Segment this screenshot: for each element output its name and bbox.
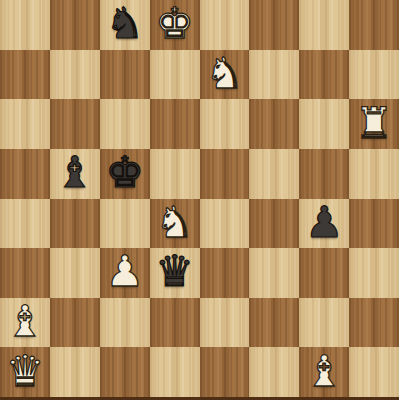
square-b3[interactable] xyxy=(50,248,100,298)
square-h4[interactable] xyxy=(349,199,399,249)
square-g3[interactable] xyxy=(299,248,349,298)
square-c6[interactable] xyxy=(100,99,150,149)
square-a4[interactable] xyxy=(0,199,50,249)
square-e1[interactable] xyxy=(200,347,250,397)
black-pawn-piece[interactable]: ♟ xyxy=(305,201,344,244)
square-f1[interactable] xyxy=(249,347,299,397)
square-f8[interactable] xyxy=(249,0,299,50)
white-pawn-piece[interactable]: ♟ xyxy=(105,250,144,293)
white-king-piece[interactable]: ♚ xyxy=(155,2,194,45)
square-e7[interactable]: ♞ xyxy=(200,50,250,100)
black-queen-piece[interactable]: ♛ xyxy=(155,250,194,293)
square-d4[interactable]: ♞ xyxy=(150,199,200,249)
square-b5[interactable]: ♝ xyxy=(50,149,100,199)
square-h2[interactable] xyxy=(349,298,399,348)
square-h7[interactable] xyxy=(349,50,399,100)
square-f7[interactable] xyxy=(249,50,299,100)
square-h5[interactable] xyxy=(349,149,399,199)
square-b4[interactable] xyxy=(50,199,100,249)
square-e3[interactable] xyxy=(200,248,250,298)
white-bishop-piece[interactable]: ♝ xyxy=(6,300,45,343)
square-h1[interactable] xyxy=(349,347,399,397)
square-c8[interactable]: ♞ xyxy=(100,0,150,50)
square-g4[interactable]: ♟ xyxy=(299,199,349,249)
square-d5[interactable] xyxy=(150,149,200,199)
square-b7[interactable] xyxy=(50,50,100,100)
square-e2[interactable] xyxy=(200,298,250,348)
square-b2[interactable] xyxy=(50,298,100,348)
square-a8[interactable] xyxy=(0,0,50,50)
square-d8[interactable]: ♚ xyxy=(150,0,200,50)
square-b1[interactable] xyxy=(50,347,100,397)
square-e8[interactable] xyxy=(200,0,250,50)
square-f6[interactable] xyxy=(249,99,299,149)
square-a6[interactable] xyxy=(0,99,50,149)
white-bishop-piece[interactable]: ♝ xyxy=(305,350,344,393)
black-knight-piece[interactable]: ♞ xyxy=(105,2,144,45)
square-h3[interactable] xyxy=(349,248,399,298)
square-c3[interactable]: ♟ xyxy=(100,248,150,298)
square-d3[interactable]: ♛ xyxy=(150,248,200,298)
square-f5[interactable] xyxy=(249,149,299,199)
square-g6[interactable] xyxy=(299,99,349,149)
square-g5[interactable] xyxy=(299,149,349,199)
square-h8[interactable] xyxy=(349,0,399,50)
square-b8[interactable] xyxy=(50,0,100,50)
black-bishop-piece[interactable]: ♝ xyxy=(56,151,95,194)
black-king-piece[interactable]: ♚ xyxy=(105,151,144,194)
square-e6[interactable] xyxy=(200,99,250,149)
chess-app: ♞♚♞♜♝♚♞♟♟♛♝♛♝ xyxy=(0,0,399,400)
square-d6[interactable] xyxy=(150,99,200,149)
white-knight-piece[interactable]: ♞ xyxy=(205,52,244,95)
white-rook-piece[interactable]: ♜ xyxy=(355,102,394,145)
square-g1[interactable]: ♝ xyxy=(299,347,349,397)
square-b6[interactable] xyxy=(50,99,100,149)
square-a3[interactable] xyxy=(0,248,50,298)
square-d2[interactable] xyxy=(150,298,200,348)
square-a7[interactable] xyxy=(0,50,50,100)
square-g8[interactable] xyxy=(299,0,349,50)
square-f3[interactable] xyxy=(249,248,299,298)
square-c2[interactable] xyxy=(100,298,150,348)
square-f2[interactable] xyxy=(249,298,299,348)
square-c1[interactable] xyxy=(100,347,150,397)
square-e4[interactable] xyxy=(200,199,250,249)
square-a1[interactable]: ♛ xyxy=(0,347,50,397)
square-g7[interactable] xyxy=(299,50,349,100)
square-g2[interactable] xyxy=(299,298,349,348)
square-d7[interactable] xyxy=(150,50,200,100)
square-c7[interactable] xyxy=(100,50,150,100)
square-c4[interactable] xyxy=(100,199,150,249)
square-d1[interactable] xyxy=(150,347,200,397)
white-queen-piece[interactable]: ♛ xyxy=(6,350,45,393)
chess-board: ♞♚♞♜♝♚♞♟♟♛♝♛♝ xyxy=(0,0,399,397)
square-a5[interactable] xyxy=(0,149,50,199)
square-f4[interactable] xyxy=(249,199,299,249)
square-c5[interactable]: ♚ xyxy=(100,149,150,199)
white-knight-piece[interactable]: ♞ xyxy=(155,201,194,244)
square-e5[interactable] xyxy=(200,149,250,199)
square-a2[interactable]: ♝ xyxy=(0,298,50,348)
square-h6[interactable]: ♜ xyxy=(349,99,399,149)
